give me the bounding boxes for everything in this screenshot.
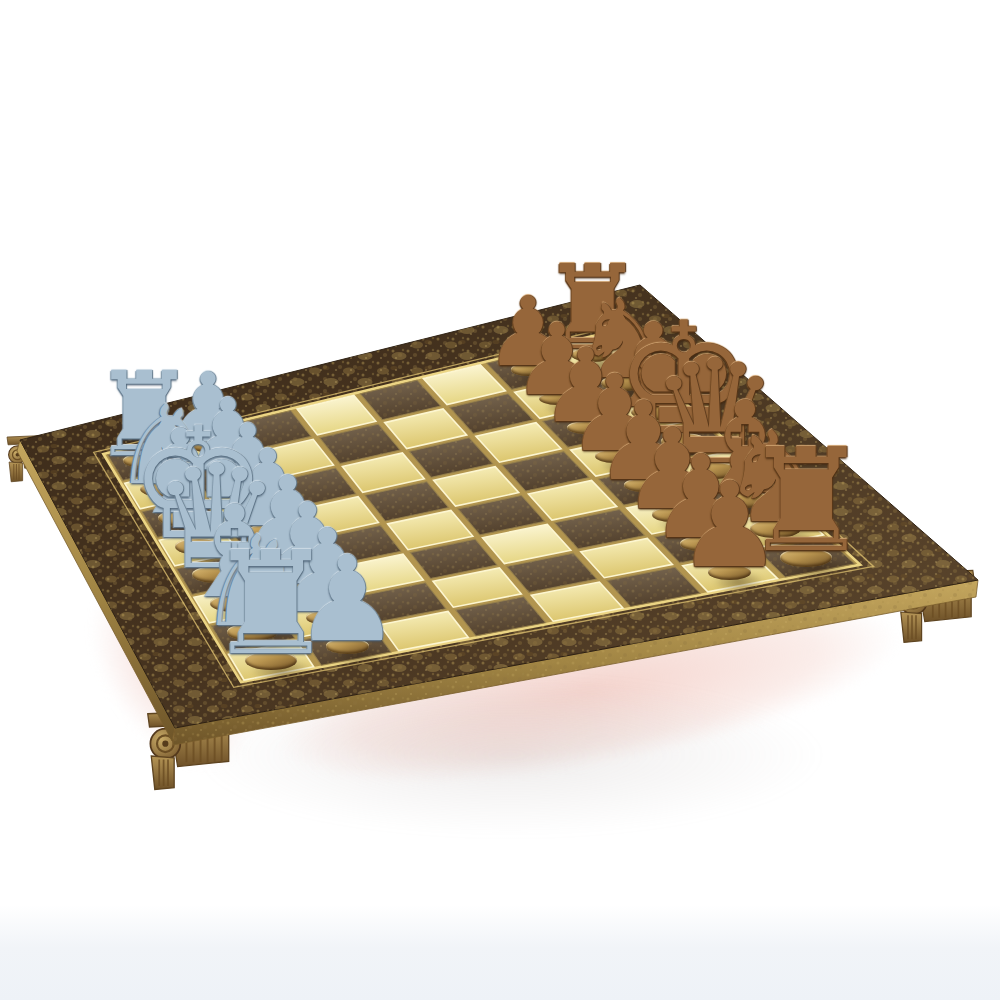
product-photo-stage: chess ♜♟♟♜♞♟♟♞♝♟♟♝♚♟♟♚♛♟♟♛♝♟♟♝♞♟♟♞♜♟♟♜ bbox=[0, 0, 1000, 1000]
piece-blue-rook[interactable]: ♜ bbox=[207, 532, 335, 675]
piece-copper-pawn[interactable]: ♟ bbox=[677, 466, 783, 584]
